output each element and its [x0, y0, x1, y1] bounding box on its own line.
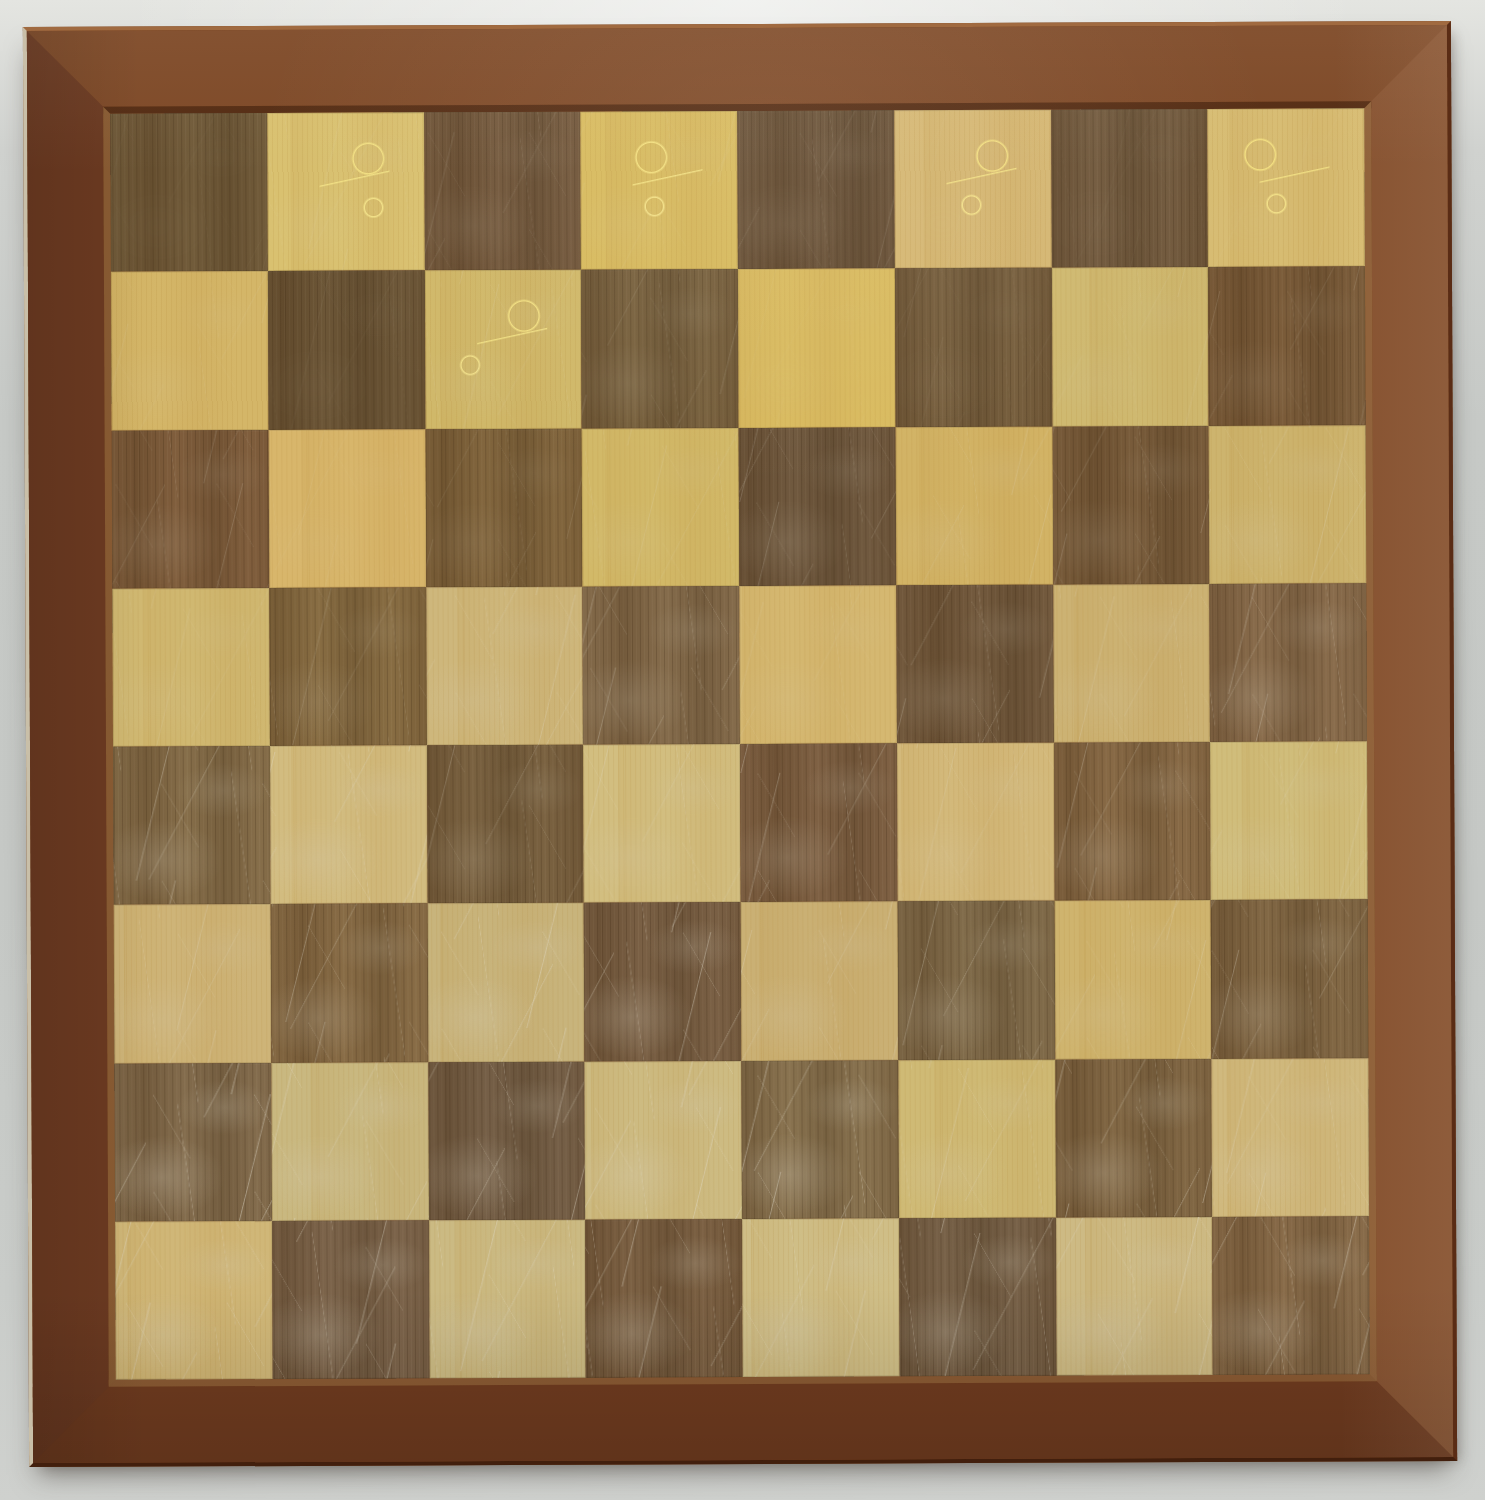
- square-h6: [1209, 425, 1366, 584]
- square-c7: [424, 270, 581, 429]
- square-g1: [1056, 1217, 1213, 1376]
- square-g7: [1051, 267, 1208, 426]
- square-b6: [268, 429, 425, 588]
- square-d4: [583, 744, 740, 903]
- square-e5: [739, 585, 896, 744]
- square-a5: [112, 588, 269, 747]
- square-f5: [896, 584, 1053, 743]
- photo-background: [0, 0, 1485, 1500]
- square-g4: [1053, 742, 1210, 901]
- square-b5: [269, 587, 426, 746]
- square-d2: [585, 1060, 742, 1219]
- mahogany-frame: [27, 25, 1453, 1463]
- chessboard: [23, 21, 1457, 1467]
- square-c1: [429, 1219, 586, 1378]
- square-e8: [737, 110, 894, 269]
- square-c6: [425, 428, 582, 587]
- square-e4: [740, 743, 897, 902]
- board-grid: [110, 108, 1370, 1379]
- square-g2: [1055, 1058, 1212, 1217]
- square-e3: [741, 902, 898, 1061]
- square-c2: [428, 1061, 585, 1220]
- square-b1: [272, 1220, 429, 1379]
- square-a7: [111, 271, 268, 430]
- square-f3: [897, 901, 1054, 1060]
- square-h7: [1208, 267, 1365, 426]
- square-d8: [580, 111, 737, 270]
- square-h2: [1212, 1058, 1369, 1217]
- square-d6: [582, 428, 739, 587]
- square-h8: [1207, 108, 1364, 267]
- square-b8: [267, 112, 424, 271]
- square-b4: [270, 745, 427, 904]
- square-c4: [427, 745, 584, 904]
- square-f6: [895, 426, 1052, 585]
- square-d1: [585, 1219, 742, 1378]
- square-d5: [583, 586, 740, 745]
- square-a6: [112, 430, 269, 589]
- square-d7: [581, 269, 738, 428]
- square-b7: [268, 271, 425, 430]
- square-f1: [899, 1217, 1056, 1376]
- square-a2: [114, 1063, 271, 1222]
- square-f7: [895, 268, 1052, 427]
- square-g6: [1052, 425, 1209, 584]
- square-b3: [270, 904, 427, 1063]
- square-g8: [1051, 109, 1208, 268]
- square-f2: [898, 1059, 1055, 1218]
- square-e6: [739, 427, 896, 586]
- square-c3: [427, 903, 584, 1062]
- frame-inner-bevel: [103, 101, 1377, 1387]
- square-h3: [1211, 900, 1368, 1059]
- square-a8: [110, 113, 267, 272]
- square-b2: [271, 1062, 428, 1221]
- square-g5: [1053, 584, 1210, 743]
- square-f8: [894, 110, 1051, 269]
- square-e7: [738, 269, 895, 428]
- square-c5: [426, 586, 583, 745]
- square-h5: [1210, 583, 1367, 742]
- square-e2: [741, 1060, 898, 1219]
- square-f4: [897, 743, 1054, 902]
- square-h4: [1210, 741, 1367, 900]
- square-e1: [742, 1218, 899, 1377]
- square-d3: [584, 902, 741, 1061]
- square-h1: [1212, 1216, 1369, 1375]
- square-a4: [113, 746, 270, 905]
- square-c8: [424, 112, 581, 271]
- square-a1: [115, 1221, 272, 1380]
- square-a3: [114, 904, 271, 1063]
- square-g3: [1054, 900, 1211, 1059]
